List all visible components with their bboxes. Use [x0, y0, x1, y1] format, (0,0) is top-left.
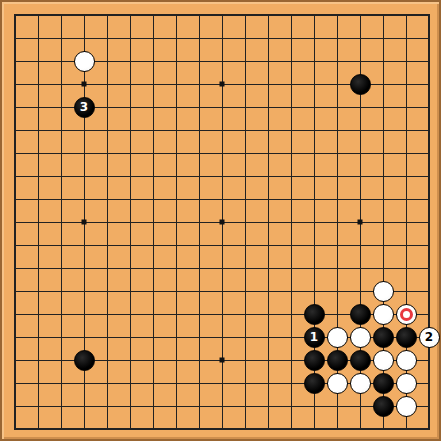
- white-stone: [373, 281, 394, 302]
- white-stone: 2: [419, 327, 440, 348]
- white-stone: [396, 350, 417, 371]
- marked-stone-circle-icon: [400, 308, 413, 321]
- go-board: 312: [0, 0, 441, 441]
- move-number-label: 3: [80, 101, 88, 113]
- black-stone: [304, 304, 325, 325]
- black-stone: [373, 396, 394, 417]
- black-stone: 1: [304, 327, 325, 348]
- black-stone: [304, 373, 325, 394]
- white-stone: [373, 350, 394, 371]
- move-number-label: 2: [425, 331, 433, 343]
- black-stone: [373, 373, 394, 394]
- black-stone: [373, 327, 394, 348]
- white-stone: [327, 373, 348, 394]
- white-stone: [327, 327, 348, 348]
- white-stone: [396, 396, 417, 417]
- black-stone: 3: [74, 97, 95, 118]
- black-stone: [350, 350, 371, 371]
- black-stone: [350, 304, 371, 325]
- black-stone: [74, 350, 95, 371]
- move-number-label: 1: [310, 331, 318, 343]
- white-stone: [396, 373, 417, 394]
- white-stone: [350, 327, 371, 348]
- black-stone: [350, 74, 371, 95]
- stones-layer: 312: [4, 4, 441, 441]
- black-stone: [396, 327, 417, 348]
- black-stone: [304, 350, 325, 371]
- white-stone: [74, 51, 95, 72]
- black-stone: [327, 350, 348, 371]
- white-stone: [373, 304, 394, 325]
- white-stone: [396, 304, 417, 325]
- white-stone: [350, 373, 371, 394]
